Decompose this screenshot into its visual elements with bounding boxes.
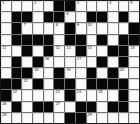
black-cell [119,90,129,100]
white-cell[interactable] [87,1,97,11]
white-cell[interactable] [22,90,32,100]
white-cell[interactable] [108,12,118,22]
clue-number: 28 [2,113,6,117]
white-cell[interactable]: 3 [76,1,86,11]
white-cell[interactable] [108,113,118,123]
white-cell[interactable]: 12 [54,46,64,56]
clue-number: 16 [45,57,49,61]
white-cell[interactable]: 11 [1,46,11,56]
clue-number: 1 [2,1,4,5]
white-cell[interactable]: 4 [108,1,118,11]
black-cell [119,46,129,56]
white-cell[interactable] [22,1,32,11]
black-cell [108,102,118,112]
white-cell[interactable] [54,57,64,67]
white-cell[interactable] [129,68,139,78]
clue-number: 27 [55,102,59,106]
black-cell [12,102,22,112]
white-cell[interactable] [97,102,107,112]
white-cell[interactable]: 21 [22,79,32,89]
clue-number: 13 [66,46,70,50]
white-cell[interactable] [1,35,11,45]
clue-number: 10 [88,23,92,27]
black-cell [22,12,32,22]
white-cell[interactable]: 1 [1,1,11,11]
white-cell[interactable]: 16 [44,57,54,67]
white-cell[interactable] [44,79,54,89]
white-cell[interactable]: 15 [129,46,139,56]
black-cell [76,113,86,123]
white-cell[interactable]: 20 [119,68,129,78]
clue-number: 29 [88,113,92,117]
clue-number: 12 [55,46,59,50]
white-cell[interactable] [87,35,97,45]
white-cell[interactable] [108,35,118,45]
black-cell [54,68,64,78]
white-cell[interactable]: 7 [22,23,32,33]
white-cell[interactable] [119,113,129,123]
clue-number: 15 [130,46,134,50]
clue-number: 2 [34,1,36,5]
black-cell [87,102,97,112]
black-cell [97,12,107,22]
white-cell[interactable] [65,102,75,112]
black-cell [44,102,54,112]
black-cell [1,90,11,100]
clue-number: 8 [55,23,57,27]
white-cell[interactable] [87,90,97,100]
clue-number: 18 [34,68,38,72]
black-cell [33,102,43,112]
white-cell[interactable] [1,68,11,78]
black-cell [119,79,129,89]
black-cell [76,102,86,112]
white-cell[interactable]: 6 [65,12,75,22]
clue-number: 24 [77,90,81,94]
black-cell [44,12,54,22]
white-cell[interactable]: 8 [54,23,64,33]
white-cell[interactable] [108,90,118,100]
black-cell [65,23,75,33]
white-cell[interactable] [54,35,64,45]
black-cell [65,90,75,100]
black-cell [22,35,32,45]
white-cell[interactable] [12,1,22,11]
white-cell[interactable] [76,79,86,89]
white-cell[interactable] [108,23,118,33]
white-cell[interactable] [97,1,107,11]
white-cell[interactable]: 24 [76,90,86,100]
black-cell [97,57,107,67]
clue-number: 4 [109,1,111,5]
black-cell [1,79,11,89]
white-cell[interactable] [44,23,54,33]
clue-number: 11 [2,46,6,50]
clue-number: 3 [77,1,79,5]
white-cell[interactable] [97,68,107,78]
crossword-grid: 1234567891011121314151617181920212223242… [0,0,140,124]
black-cell [12,12,22,22]
clue-number: 20 [120,68,124,72]
black-cell [65,113,75,123]
black-cell [119,35,129,45]
black-cell [33,79,43,89]
clue-number: 6 [66,12,68,16]
black-cell [33,57,43,67]
clue-number: 7 [23,23,25,27]
white-cell[interactable] [44,90,54,100]
black-cell [12,57,22,67]
clue-number: 17 [77,57,81,61]
white-cell[interactable]: 18 [33,68,43,78]
white-cell[interactable] [12,46,22,56]
clue-number: 23 [55,90,59,94]
black-cell [119,102,129,112]
white-cell[interactable] [87,57,97,67]
black-cell [76,35,86,45]
black-cell [65,35,75,45]
white-cell[interactable] [76,12,86,22]
black-cell [97,35,107,45]
black-cell [129,23,139,33]
black-cell [12,23,22,33]
black-cell [65,79,75,89]
white-cell[interactable] [1,57,11,67]
black-cell [12,35,22,45]
white-cell[interactable]: 17 [76,57,86,67]
white-cell[interactable] [129,12,139,22]
white-cell[interactable]: 2 [33,1,43,11]
black-cell [108,68,118,78]
black-cell [44,35,54,45]
white-cell[interactable] [44,1,54,11]
clue-number: 19 [66,68,70,72]
black-cell [12,79,22,89]
white-cell[interactable] [108,57,118,67]
black-cell [108,79,118,89]
black-cell [97,79,107,89]
white-cell[interactable] [22,102,32,112]
white-cell[interactable] [76,68,86,78]
clue-number: 9 [77,23,79,27]
black-cell [87,12,97,22]
white-cell[interactable]: 10 [87,23,97,33]
black-cell [65,1,75,11]
white-cell[interactable] [33,23,43,33]
clue-number: 22 [13,90,17,94]
black-cell [54,79,64,89]
white-cell[interactable] [119,1,129,11]
black-cell [54,1,64,11]
white-cell[interactable] [129,90,139,100]
white-cell[interactable] [129,79,139,89]
black-cell [87,68,97,78]
white-cell[interactable] [22,57,32,67]
white-cell[interactable] [12,113,22,123]
white-cell[interactable]: 22 [12,90,22,100]
white-cell[interactable]: 25 [97,90,107,100]
white-cell[interactable]: 13 [65,46,75,56]
white-cell[interactable] [33,12,43,22]
white-cell[interactable] [22,113,32,123]
white-cell[interactable] [129,113,139,123]
white-cell[interactable]: 23 [54,90,64,100]
white-cell[interactable] [129,57,139,67]
black-cell [12,68,22,78]
black-cell [76,46,86,56]
white-cell[interactable] [119,23,129,33]
white-cell[interactable] [1,12,11,22]
clue-number: 26 [2,102,6,106]
white-cell[interactable] [54,113,64,123]
white-cell[interactable]: 5 [129,1,139,11]
white-cell[interactable] [97,113,107,123]
white-cell[interactable]: 26 [1,102,11,112]
clue-number: 25 [98,90,102,94]
black-cell [22,68,32,78]
white-cell[interactable] [97,23,107,33]
black-cell [108,46,118,56]
black-cell [33,35,43,45]
white-cell[interactable] [33,46,43,56]
white-cell[interactable] [129,102,139,112]
clue-number: 21 [23,79,27,83]
black-cell [87,79,97,89]
clue-number: 5 [130,1,132,5]
black-cell [129,35,139,45]
white-cell[interactable] [44,113,54,123]
white-cell[interactable] [44,68,54,78]
white-cell[interactable] [1,23,11,33]
white-cell[interactable]: 19 [65,68,75,78]
black-cell [119,57,129,67]
white-cell[interactable]: 27 [54,102,64,112]
black-cell [22,46,32,56]
white-cell[interactable] [33,90,43,100]
white-cell[interactable] [33,113,43,123]
white-cell[interactable]: 9 [76,23,86,33]
white-cell[interactable]: 14 [87,46,97,56]
white-cell[interactable]: 29 [87,113,97,123]
clue-number: 14 [88,46,92,50]
white-cell[interactable] [65,57,75,67]
black-cell [119,12,129,22]
crossword-board-wrapper: 1234567891011121314151617181920212223242… [0,0,140,124]
white-cell[interactable]: 28 [1,113,11,123]
white-cell[interactable] [97,46,107,56]
black-cell [44,46,54,56]
black-cell [54,12,64,22]
